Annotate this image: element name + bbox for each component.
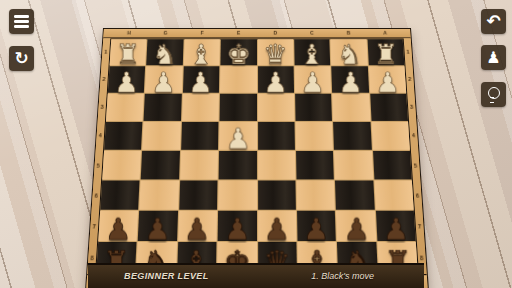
square-f1[interactable]: ♝ bbox=[184, 39, 220, 65]
square-b2[interactable]: ♟ bbox=[331, 66, 368, 93]
square-b3[interactable] bbox=[332, 94, 370, 121]
white-queen[interactable]: ♛ bbox=[263, 41, 288, 68]
square-e5[interactable] bbox=[219, 151, 257, 180]
turn-indicator: 1. Black's move bbox=[311, 271, 374, 281]
square-g2[interactable]: ♟ bbox=[145, 66, 182, 93]
square-d5[interactable] bbox=[258, 151, 296, 180]
file-label: E bbox=[220, 29, 257, 37]
black-pawn[interactable]: ♟ bbox=[104, 215, 130, 245]
square-f2[interactable]: ♟ bbox=[183, 66, 220, 93]
black-pawn[interactable]: ♟ bbox=[383, 215, 409, 245]
square-b4[interactable] bbox=[333, 122, 371, 150]
file-label: G bbox=[147, 29, 184, 37]
file-label: F bbox=[184, 29, 221, 37]
square-f6[interactable] bbox=[179, 181, 218, 210]
square-h4[interactable] bbox=[104, 122, 143, 150]
square-a1[interactable]: ♜ bbox=[367, 39, 404, 65]
square-a3[interactable] bbox=[370, 94, 408, 121]
square-d2[interactable]: ♟ bbox=[258, 66, 294, 93]
white-pawn[interactable]: ♟ bbox=[225, 125, 251, 153]
square-g6[interactable] bbox=[140, 181, 179, 210]
square-e2[interactable] bbox=[220, 66, 256, 93]
square-a4[interactable] bbox=[371, 122, 410, 150]
chess-board: HGFEDCBA 12345678 ♜♞♝♚♛♝♞♜♟♟♟♟♟♟♟♟♟♟♟♟♟♟… bbox=[103, 28, 409, 268]
rotate-board-button[interactable]: ↻ bbox=[9, 46, 34, 71]
white-knight[interactable]: ♞ bbox=[337, 41, 362, 68]
square-c3[interactable] bbox=[295, 94, 332, 121]
white-rook[interactable]: ♜ bbox=[115, 41, 140, 68]
square-d1[interactable]: ♛ bbox=[258, 39, 294, 65]
square-a6[interactable] bbox=[374, 181, 414, 210]
square-e4[interactable]: ♟ bbox=[219, 122, 256, 150]
hamburger-menu-icon bbox=[14, 15, 29, 28]
white-pawn[interactable]: ♟ bbox=[114, 68, 139, 96]
white-pawn[interactable]: ♟ bbox=[338, 68, 363, 96]
white-pawn[interactable]: ♟ bbox=[188, 68, 213, 96]
square-e6[interactable] bbox=[218, 181, 256, 210]
white-pawn[interactable]: ♟ bbox=[301, 68, 326, 96]
file-labels-top: HGFEDCBA bbox=[103, 29, 410, 38]
square-h7[interactable]: ♟ bbox=[98, 211, 138, 241]
black-pawn[interactable]: ♟ bbox=[264, 215, 290, 245]
white-pawn[interactable]: ♟ bbox=[375, 68, 400, 96]
square-c4[interactable] bbox=[295, 122, 333, 150]
player-piece-button[interactable]: ♟ bbox=[481, 45, 506, 70]
square-a5[interactable] bbox=[373, 151, 412, 180]
file-label: B bbox=[330, 29, 367, 37]
square-h6[interactable] bbox=[100, 181, 140, 210]
square-h5[interactable] bbox=[102, 151, 141, 180]
square-g7[interactable]: ♟ bbox=[138, 211, 178, 241]
file-label: A bbox=[367, 29, 404, 37]
square-b6[interactable] bbox=[335, 181, 374, 210]
square-c2[interactable]: ♟ bbox=[295, 66, 332, 93]
square-e7[interactable]: ♟ bbox=[218, 211, 257, 241]
square-f3[interactable] bbox=[182, 94, 219, 121]
square-f7[interactable]: ♟ bbox=[178, 211, 217, 241]
square-a2[interactable]: ♟ bbox=[368, 66, 406, 93]
lightbulb-icon bbox=[488, 87, 500, 99]
white-pawn[interactable]: ♟ bbox=[151, 68, 176, 96]
menu-button[interactable] bbox=[9, 9, 34, 34]
rotate-icon: ↻ bbox=[14, 50, 28, 67]
pawn-icon: ♟ bbox=[486, 50, 500, 66]
square-h1[interactable]: ♜ bbox=[110, 39, 147, 65]
black-pawn[interactable]: ♟ bbox=[144, 215, 170, 245]
black-pawn[interactable]: ♟ bbox=[224, 215, 250, 245]
square-b7[interactable]: ♟ bbox=[336, 211, 376, 241]
black-pawn[interactable]: ♟ bbox=[303, 215, 329, 245]
square-c6[interactable] bbox=[296, 181, 335, 210]
white-bishop[interactable]: ♝ bbox=[300, 41, 325, 68]
white-knight[interactable]: ♞ bbox=[152, 41, 177, 68]
square-b1[interactable]: ♞ bbox=[331, 39, 368, 65]
square-d4[interactable] bbox=[258, 122, 295, 150]
square-d6[interactable] bbox=[258, 181, 296, 210]
white-king[interactable]: ♚ bbox=[226, 41, 251, 68]
square-g3[interactable] bbox=[144, 94, 182, 121]
board-grid: ♜♞♝♚♛♝♞♜♟♟♟♟♟♟♟♟♟♟♟♟♟♟♟♟♜♞♝♚♛♝♞♜ bbox=[95, 38, 419, 274]
file-label: H bbox=[110, 29, 147, 37]
square-e3[interactable] bbox=[220, 94, 257, 121]
status-bar: BEGINNER LEVEL 1. Black's move bbox=[88, 263, 424, 288]
square-g4[interactable] bbox=[143, 122, 181, 150]
hint-button[interactable] bbox=[481, 82, 506, 107]
square-e1[interactable]: ♚ bbox=[221, 39, 257, 65]
square-a7[interactable]: ♟ bbox=[376, 211, 416, 241]
square-g5[interactable] bbox=[141, 151, 180, 180]
undo-arrow-icon: ↶ bbox=[486, 13, 500, 30]
undo-button[interactable]: ↶ bbox=[481, 9, 506, 34]
black-pawn[interactable]: ♟ bbox=[343, 215, 369, 245]
board-3d-frame: HGFEDCBA 12345678 ♜♞♝♚♛♝♞♜♟♟♟♟♟♟♟♟♟♟♟♟♟♟… bbox=[85, 28, 429, 288]
white-bishop[interactable]: ♝ bbox=[189, 41, 214, 68]
square-c5[interactable] bbox=[296, 151, 334, 180]
square-d7[interactable]: ♟ bbox=[258, 211, 297, 241]
black-pawn[interactable]: ♟ bbox=[184, 215, 210, 245]
file-label: D bbox=[257, 29, 294, 37]
square-d3[interactable] bbox=[258, 94, 295, 121]
level-label: BEGINNER LEVEL bbox=[124, 271, 209, 281]
file-label: C bbox=[294, 29, 331, 37]
square-f4[interactable] bbox=[181, 122, 219, 150]
white-rook[interactable]: ♜ bbox=[374, 41, 399, 68]
square-c1[interactable]: ♝ bbox=[294, 39, 330, 65]
square-h3[interactable] bbox=[106, 94, 144, 121]
square-g1[interactable]: ♞ bbox=[147, 39, 184, 65]
square-h2[interactable]: ♟ bbox=[108, 66, 146, 93]
square-f5[interactable] bbox=[180, 151, 218, 180]
square-c7[interactable]: ♟ bbox=[297, 211, 336, 241]
square-b5[interactable] bbox=[334, 151, 373, 180]
white-pawn[interactable]: ♟ bbox=[263, 68, 288, 96]
